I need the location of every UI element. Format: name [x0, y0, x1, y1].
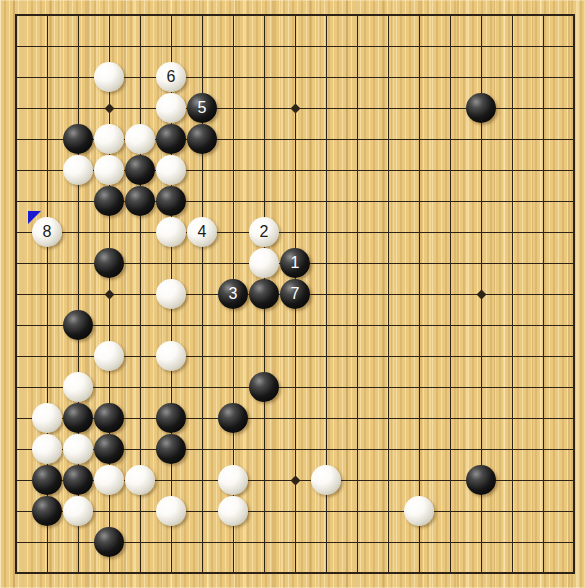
black-stone[interactable] [94, 527, 124, 557]
black-stone[interactable] [63, 403, 93, 433]
white-stone[interactable] [311, 465, 341, 495]
star-point [476, 289, 486, 299]
white-stone[interactable] [156, 93, 186, 123]
black-stone[interactable] [125, 186, 155, 216]
white-stone[interactable] [156, 279, 186, 309]
black-stone[interactable]: 5 [187, 93, 217, 123]
grid-line-vertical [388, 14, 389, 574]
grid-line-vertical [450, 14, 451, 574]
black-stone[interactable]: 3 [218, 279, 248, 309]
black-stone[interactable] [63, 465, 93, 495]
black-stone[interactable] [156, 124, 186, 154]
black-stone[interactable] [466, 465, 496, 495]
move-number-label: 6 [167, 69, 176, 85]
star-point [290, 475, 300, 485]
white-stone[interactable] [156, 496, 186, 526]
white-stone[interactable] [94, 155, 124, 185]
white-stone[interactable]: 4 [187, 217, 217, 247]
black-stone[interactable] [218, 403, 248, 433]
white-stone[interactable] [218, 465, 248, 495]
grid-line-horizontal [15, 572, 575, 574]
star-point [104, 103, 114, 113]
move-number-label: 7 [291, 286, 300, 302]
black-stone[interactable] [156, 403, 186, 433]
white-stone[interactable]: 8 [32, 217, 62, 247]
grid-line-vertical [512, 14, 513, 574]
black-stone[interactable] [156, 186, 186, 216]
move-number-label: 3 [229, 286, 238, 302]
black-stone[interactable] [94, 403, 124, 433]
move-number-label: 4 [198, 224, 207, 240]
black-stone[interactable] [187, 124, 217, 154]
black-stone[interactable] [94, 186, 124, 216]
star-point [290, 103, 300, 113]
white-stone[interactable] [63, 496, 93, 526]
white-stone[interactable] [249, 248, 279, 278]
go-board-diagram: 65842137 [0, 0, 585, 588]
black-stone[interactable] [32, 496, 62, 526]
white-stone[interactable] [94, 465, 124, 495]
white-stone[interactable] [156, 341, 186, 371]
black-stone[interactable] [63, 124, 93, 154]
black-stone[interactable]: 1 [280, 248, 310, 278]
move-number-label: 5 [198, 100, 207, 116]
grid-line-vertical [357, 14, 358, 574]
white-stone[interactable] [94, 124, 124, 154]
white-stone[interactable] [125, 465, 155, 495]
star-point [104, 289, 114, 299]
black-stone[interactable] [125, 155, 155, 185]
white-stone[interactable] [32, 434, 62, 464]
black-stone[interactable] [249, 372, 279, 402]
white-stone[interactable] [63, 434, 93, 464]
white-stone[interactable] [156, 155, 186, 185]
white-stone[interactable]: 2 [249, 217, 279, 247]
go-board[interactable]: 65842137 [0, 0, 585, 588]
black-stone[interactable] [32, 465, 62, 495]
grid-line-vertical [543, 14, 544, 574]
grid-line-vertical [419, 14, 420, 574]
black-stone[interactable] [466, 93, 496, 123]
grid-line-horizontal [15, 387, 575, 388]
move-number-label: 8 [43, 224, 52, 240]
white-stone[interactable] [94, 341, 124, 371]
black-stone[interactable] [63, 310, 93, 340]
black-stone[interactable]: 7 [280, 279, 310, 309]
black-stone[interactable] [156, 434, 186, 464]
move-number-label: 2 [260, 224, 269, 240]
white-stone[interactable] [156, 217, 186, 247]
grid-line-vertical [573, 14, 575, 574]
white-stone[interactable] [125, 124, 155, 154]
black-stone[interactable] [94, 434, 124, 464]
white-stone[interactable] [404, 496, 434, 526]
move-number-label: 1 [291, 255, 300, 271]
white-stone[interactable] [63, 155, 93, 185]
white-stone[interactable]: 6 [156, 62, 186, 92]
white-stone[interactable] [94, 62, 124, 92]
grid-line-horizontal [15, 325, 575, 326]
white-stone[interactable] [218, 496, 248, 526]
white-stone[interactable] [63, 372, 93, 402]
black-stone[interactable] [94, 248, 124, 278]
black-stone[interactable] [249, 279, 279, 309]
grid-line-horizontal [15, 511, 575, 512]
white-stone[interactable] [32, 403, 62, 433]
